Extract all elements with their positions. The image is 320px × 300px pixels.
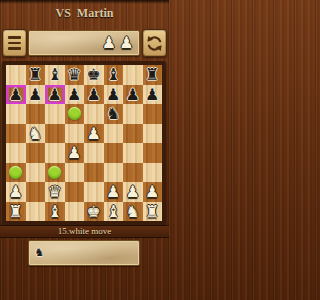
black-pawn-piece: ♟ [67,85,81,105]
square-d8[interactable]: ♛ [65,65,85,85]
square-d5[interactable] [65,124,85,144]
square-d7[interactable]: ♟ [65,85,85,105]
white-pawn-piece: ♟ [102,33,116,53]
captured-pieces-tray-top: ♟♟ [28,30,140,56]
square-b7[interactable]: ♟ [26,85,46,105]
square-f8[interactable]: ♝ [104,65,124,85]
black-knight-piece: ♞ [35,243,45,263]
square-e3[interactable] [84,163,104,183]
black-pawn-piece: ♟ [145,85,159,105]
square-c2[interactable]: ♛ [45,182,65,202]
square-f3[interactable] [104,163,124,183]
white-bishop-piece: ♝ [48,202,62,222]
square-a8[interactable] [6,65,26,85]
square-e4[interactable] [84,143,104,163]
square-c3[interactable] [45,163,65,183]
refresh-button[interactable] [142,29,167,57]
white-knight-piece: ♞ [126,202,140,222]
white-rook-piece: ♜ [9,202,23,222]
square-f7[interactable]: ♟ [104,85,124,105]
status-bar: 15.white move [0,225,169,238]
square-h7[interactable]: ♟ [143,85,163,105]
square-a6[interactable] [6,104,26,124]
hamburger-icon [8,35,21,51]
white-pawn-piece: ♟ [126,182,140,202]
square-h2[interactable]: ♟ [143,182,163,202]
black-pawn-piece: ♟ [28,85,42,105]
black-rook-piece: ♜ [28,65,42,85]
square-c7[interactable]: ♟ [45,85,65,105]
square-b8[interactable]: ♜ [26,65,46,85]
white-bishop-piece: ♝ [106,202,120,222]
square-b5[interactable]: ♞ [26,124,46,144]
black-bishop-piece: ♝ [48,65,62,85]
black-pawn-piece: ♟ [126,85,140,105]
square-d6[interactable] [65,104,85,124]
square-h4[interactable] [143,143,163,163]
legal-move-dot[interactable] [68,107,81,120]
legal-move-dot[interactable] [48,166,61,179]
black-pawn-piece: ♟ [48,85,62,105]
square-c5[interactable] [45,124,65,144]
square-f5[interactable] [104,124,124,144]
square-c8[interactable]: ♝ [45,65,65,85]
black-pawn-piece: ♟ [87,85,101,105]
board-grid: ♜♝♛♚♝♜♟♟♟♟♟♟♟♟♞♞♟♟♟♛♟♟♟♜♝♚♝♞♜ [6,65,162,221]
square-a5[interactable] [6,124,26,144]
black-pawn-piece: ♟ [106,85,120,105]
chess-board: ♜♝♛♚♝♜♟♟♟♟♟♟♟♟♞♞♟♟♟♛♟♟♟♜♝♚♝♞♜ [2,61,166,225]
square-b3[interactable] [26,163,46,183]
square-g2[interactable]: ♟ [123,182,143,202]
white-pawn-piece: ♟ [67,143,81,163]
opponent-title: VS Martin [0,6,169,21]
square-d4[interactable]: ♟ [65,143,85,163]
black-king-piece: ♚ [87,65,101,85]
white-king-piece: ♚ [87,202,101,222]
square-e7[interactable]: ♟ [84,85,104,105]
square-f2[interactable]: ♟ [104,182,124,202]
captured-pieces-tray-bottom: ♞ [28,240,140,266]
square-g3[interactable] [123,163,143,183]
square-f6[interactable]: ♞ [104,104,124,124]
white-pawn-piece: ♟ [145,182,159,202]
white-knight-piece: ♞ [28,124,42,144]
black-pawn-piece: ♟ [9,85,23,105]
square-a2[interactable]: ♟ [6,182,26,202]
square-b2[interactable] [26,182,46,202]
white-queen-piece: ♛ [48,182,62,202]
square-e8[interactable]: ♚ [84,65,104,85]
square-c6[interactable] [45,104,65,124]
square-f1[interactable]: ♝ [104,202,124,222]
square-c4[interactable] [45,143,65,163]
square-c1[interactable]: ♝ [45,202,65,222]
square-e6[interactable] [84,104,104,124]
legal-move-dot[interactable] [9,166,22,179]
square-g4[interactable] [123,143,143,163]
white-pawn-piece: ♟ [119,33,133,53]
square-b6[interactable] [26,104,46,124]
square-h3[interactable] [143,163,163,183]
square-g6[interactable] [123,104,143,124]
square-h8[interactable]: ♜ [143,65,163,85]
refresh-icon [146,35,163,52]
menu-button[interactable] [2,29,27,57]
square-e5[interactable]: ♟ [84,124,104,144]
square-d3[interactable] [65,163,85,183]
square-b4[interactable] [26,143,46,163]
white-rook-piece: ♜ [145,202,159,222]
white-pawn-piece: ♟ [106,182,120,202]
square-h1[interactable]: ♜ [143,202,163,222]
square-e1[interactable]: ♚ [84,202,104,222]
black-rook-piece: ♜ [145,65,159,85]
square-g7[interactable]: ♟ [123,85,143,105]
black-queen-piece: ♛ [67,65,81,85]
square-g1[interactable]: ♞ [123,202,143,222]
white-pawn-piece: ♟ [9,182,23,202]
square-g8[interactable] [123,65,143,85]
square-a1[interactable]: ♜ [6,202,26,222]
square-f4[interactable] [104,143,124,163]
square-a3[interactable] [6,163,26,183]
square-d2[interactable] [65,182,85,202]
black-bishop-piece: ♝ [106,65,120,85]
square-h5[interactable] [143,124,163,144]
square-a7[interactable]: ♟ [6,85,26,105]
square-a4[interactable] [6,143,26,163]
square-e2[interactable] [84,182,104,202]
square-h6[interactable] [143,104,163,124]
square-d1[interactable] [65,202,85,222]
black-knight-piece: ♞ [106,104,120,124]
square-g5[interactable] [123,124,143,144]
square-b1[interactable] [26,202,46,222]
white-pawn-piece: ♟ [87,124,101,144]
